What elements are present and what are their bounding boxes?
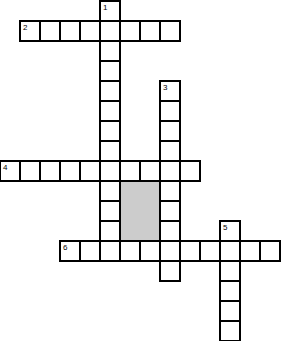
- crossword-cell[interactable]: 5: [220, 221, 240, 241]
- crossword-cell[interactable]: [220, 281, 240, 301]
- crossword-cell[interactable]: [100, 141, 120, 161]
- crossword-cell[interactable]: [180, 241, 200, 261]
- crossword-cell[interactable]: [220, 241, 240, 261]
- crossword-cell[interactable]: [140, 161, 160, 181]
- crossword-cell[interactable]: [80, 161, 100, 181]
- crossword-grid: 123456: [0, 0, 281, 341]
- crossword-cell[interactable]: [60, 21, 80, 41]
- crossword-cell[interactable]: 6: [60, 241, 80, 261]
- crossword-cell[interactable]: [160, 221, 180, 241]
- crossword-cell[interactable]: [160, 161, 180, 181]
- crossword-cell[interactable]: [100, 41, 120, 61]
- crossword-cell[interactable]: [160, 21, 180, 41]
- crossword-cell[interactable]: [160, 261, 180, 281]
- clue-number-4: 4: [3, 163, 7, 172]
- crossword-cell[interactable]: [100, 21, 120, 41]
- crossword-cell[interactable]: [20, 161, 40, 181]
- crossword-cell[interactable]: 1: [100, 1, 120, 21]
- crossword-cell[interactable]: [240, 241, 260, 261]
- crossword-cell[interactable]: [100, 101, 120, 121]
- clue-number-6: 6: [63, 243, 67, 252]
- crossword-cell[interactable]: [40, 21, 60, 41]
- crossword-cell[interactable]: [60, 161, 80, 181]
- crossword-puzzle: 123456: [0, 0, 281, 341]
- crossword-cell[interactable]: [140, 241, 160, 261]
- crossword-cell[interactable]: [160, 201, 180, 221]
- crossword-cell[interactable]: [220, 321, 240, 341]
- crossword-cell[interactable]: [40, 161, 60, 181]
- crossword-cell[interactable]: [120, 161, 140, 181]
- crossword-cell[interactable]: [160, 181, 180, 201]
- clue-number-1: 1: [103, 3, 107, 12]
- crossword-cell[interactable]: [120, 241, 140, 261]
- crossword-cell[interactable]: [200, 241, 220, 261]
- crossword-cell[interactable]: [100, 161, 120, 181]
- crossword-cell[interactable]: [180, 161, 200, 181]
- crossword-cell[interactable]: [80, 21, 100, 41]
- crossword-cell[interactable]: [160, 121, 180, 141]
- crossword-cell[interactable]: [100, 61, 120, 81]
- crossword-cell[interactable]: [100, 241, 120, 261]
- clue-number-3: 3: [163, 83, 167, 92]
- crossword-cell[interactable]: [100, 81, 120, 101]
- crossword-cell[interactable]: [120, 21, 140, 41]
- crossword-cell[interactable]: [160, 141, 180, 161]
- crossword-cell[interactable]: [220, 301, 240, 321]
- crossword-cell[interactable]: 4: [0, 161, 20, 181]
- crossword-cell[interactable]: 2: [20, 21, 40, 41]
- crossword-cell[interactable]: [140, 21, 160, 41]
- crossword-cell[interactable]: [100, 181, 120, 201]
- clue-number-5: 5: [223, 223, 227, 232]
- shaded-block: [120, 181, 160, 241]
- crossword-cell[interactable]: [100, 221, 120, 241]
- crossword-cell[interactable]: [100, 121, 120, 141]
- crossword-cell[interactable]: 3: [160, 81, 180, 101]
- crossword-cell[interactable]: [260, 241, 280, 261]
- crossword-cell[interactable]: [80, 241, 100, 261]
- crossword-cell[interactable]: [160, 101, 180, 121]
- crossword-cell[interactable]: [160, 241, 180, 261]
- clue-number-2: 2: [23, 23, 27, 32]
- crossword-cell[interactable]: [100, 201, 120, 221]
- crossword-cell[interactable]: [220, 261, 240, 281]
